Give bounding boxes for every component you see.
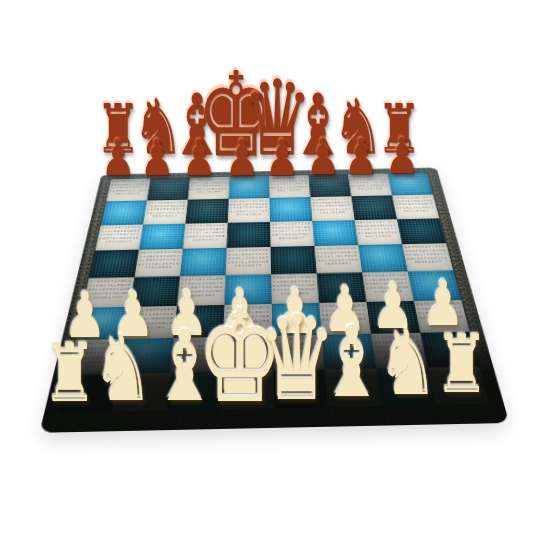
piece-white-knight-g1[interactable]: ♞ [377, 317, 439, 408]
square-e6[interactable]: QRSTUVWXYZABCDEFGHIJKLMNOPQRSTUVWXYZABCD… [270, 221, 314, 247]
square-f7[interactable]: KLMNOPQRSTUVWXYZABCDEFGHIJKLMNOPQRSTUVWX… [310, 196, 354, 220]
piece-white-rook-h1[interactable]: ♜ [435, 323, 489, 403]
piece-black-pawn-a7[interactable]: ♟ [101, 133, 135, 183]
square-e7[interactable] [270, 197, 313, 221]
piece-black-pawn-d7[interactable]: ♟ [225, 133, 259, 183]
square-f6[interactable] [312, 220, 358, 246]
square-d7[interactable]: ABCDEFGHIJKLMNOPQRSTUVWXYZABCDEFGHIJKLMN… [228, 198, 270, 223]
square-d6[interactable] [227, 222, 271, 248]
square-c7[interactable] [185, 199, 228, 224]
piece-black-pawn-c7[interactable]: ♟ [182, 133, 216, 183]
square-c5[interactable] [180, 248, 227, 276]
square-c6[interactable]: GHIJKLMNOPQRSTUVWXYZABCDEFGHIJKLMNOPQRST… [183, 223, 228, 249]
square-f5[interactable]: GHIJKLMNOPQRSTUVWXYZABCDEFGHIJKLMNOPQRST… [314, 245, 362, 273]
square-h6[interactable] [397, 218, 446, 244]
piece-black-pawn-b7[interactable]: ♟ [140, 133, 174, 183]
square-g5[interactable] [358, 244, 407, 272]
chess-set-photo: ABCDEFGHIJKLMNOPQRSTUVWXYZABCDEFGHIJKLMN… [0, 0, 533, 533]
square-b7[interactable]: QRSTUVWXYZABCDEFGHIJKLMNOPQRSTUVWXYZABCD… [143, 200, 188, 225]
piece-white-knight-b1[interactable]: ♞ [92, 323, 154, 414]
square-a6[interactable]: WXYZABCDEFGHIJKLMNOPQRSTUVWXYZABCDEFGHIJ… [95, 224, 143, 250]
square-d5[interactable]: WXYZABCDEFGHIJKLMNOPQRSTUVWXYZABCDEFGHIJ… [226, 247, 272, 275]
square-g6[interactable]: ABCDEFGHIJKLMNOPQRSTUVWXYZABCDEFGHIJKLMN… [355, 219, 403, 245]
square-a7[interactable] [101, 201, 147, 226]
square-g7[interactable] [351, 195, 397, 219]
piece-black-pawn-h7[interactable]: ♟ [385, 131, 419, 181]
piece-black-pawn-g7[interactable]: ♟ [344, 132, 378, 182]
square-h7[interactable]: UVWXYZABCDEFGHIJKLMNOPQRSTUVWXYZABCDEFGH… [392, 195, 439, 219]
piece-black-pawn-f7[interactable]: ♟ [306, 132, 340, 182]
piece-white-rook-a1[interactable]: ♜ [43, 332, 97, 412]
square-b5[interactable]: MNOPQRSTUVWXYZABCDEFGHIJKLMNOPQRSTUVWXYZ… [135, 249, 183, 277]
square-b6[interactable] [139, 223, 185, 249]
square-e5[interactable] [271, 246, 317, 274]
piece-black-pawn-e7[interactable]: ♟ [265, 133, 299, 183]
square-a5[interactable] [89, 250, 139, 278]
piece-white-bishop-f1[interactable]: ♝ [319, 314, 385, 411]
